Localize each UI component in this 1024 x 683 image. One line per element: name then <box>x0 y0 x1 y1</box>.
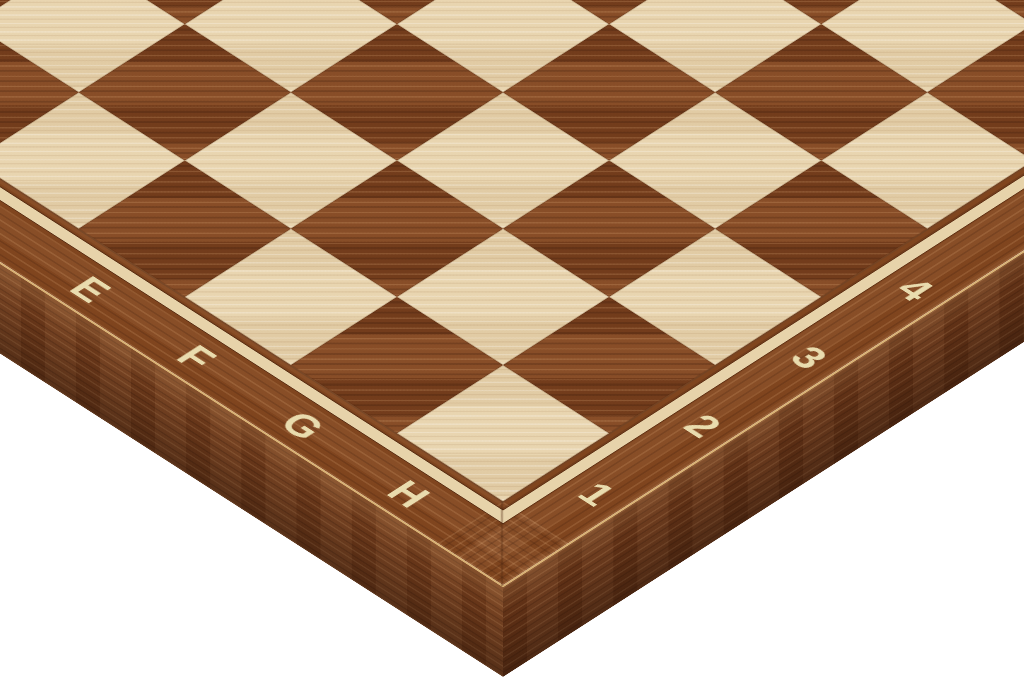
square-h4 <box>715 161 927 297</box>
square-e3 <box>291 24 503 160</box>
square-f1 <box>185 229 397 365</box>
square-g6 <box>821 0 1024 92</box>
square-c2 <box>0 0 185 92</box>
product-photo-background: E4F3G2H1 <box>0 0 1024 683</box>
square-f5 <box>609 0 821 92</box>
square-h2 <box>503 297 715 433</box>
corner-miter-seam <box>501 501 503 586</box>
square-e1 <box>79 161 291 297</box>
square-h5 <box>821 92 1024 228</box>
square-c1 <box>0 24 79 160</box>
square-c3 <box>79 0 291 24</box>
square-g7 <box>927 0 1024 24</box>
square-g1 <box>291 297 503 433</box>
square-f2 <box>291 161 503 297</box>
square-h1 <box>397 365 609 501</box>
square-b2 <box>0 0 79 24</box>
board-top-face: E4F3G2H1 <box>0 0 1024 585</box>
square-f3 <box>397 92 609 228</box>
square-f4 <box>503 24 715 160</box>
square-g3 <box>503 161 715 297</box>
square-e2 <box>185 92 397 228</box>
square-g5 <box>715 24 927 160</box>
square-g2 <box>397 229 609 365</box>
square-d2 <box>79 24 291 160</box>
square-d3 <box>185 0 397 92</box>
square-g4 <box>609 92 821 228</box>
file-label-d <box>0 171 62 270</box>
square-d4 <box>291 0 503 24</box>
square-e4 <box>397 0 609 92</box>
square-h6 <box>927 24 1024 160</box>
square-d1 <box>0 92 185 228</box>
rank-label-5 <box>944 171 1024 270</box>
square-f6 <box>715 0 927 24</box>
square-h3 <box>609 229 821 365</box>
square-e5 <box>503 0 715 24</box>
